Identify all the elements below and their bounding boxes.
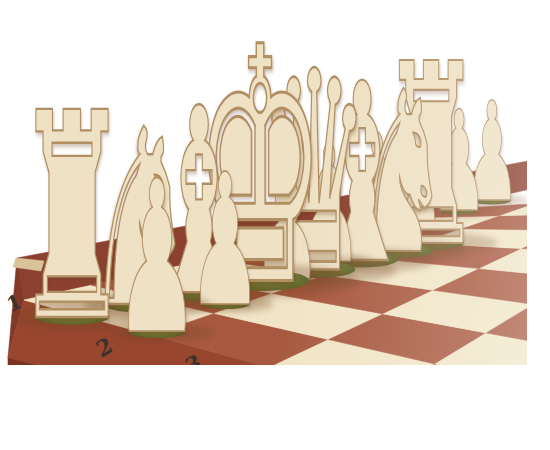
pieces-layer: ♜♞♝♛♚♝♞♜♟♟♟♟♟♟♟♟ <box>4 0 527 365</box>
product-photo-canvas: 123 ♜♞♝♛♚♝♞♜♟♟♟♟♟♟♟♟ <box>0 0 550 450</box>
chess-photo-scene: 123 ♜♞♝♛♚♝♞♜♟♟♟♟♟♟♟♟ <box>4 0 527 365</box>
piece-glyph-pawn: ♟ <box>115 154 200 365</box>
piece-glyph-rook: ♜ <box>15 76 130 361</box>
